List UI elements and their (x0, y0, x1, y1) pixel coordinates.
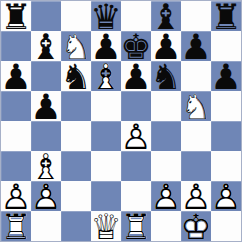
piece-outline: ♙ (211, 182, 241, 212)
piece-glyph: ♟ (211, 62, 241, 92)
white-pawn[interactable]: ♟♙ (121, 121, 151, 151)
piece-glyph: ♟ (31, 92, 61, 122)
square-f6[interactable]: ♞ (151, 61, 181, 91)
square-h1[interactable] (211, 211, 241, 241)
square-f1[interactable] (151, 211, 181, 241)
square-a8[interactable]: ♜ (1, 1, 31, 31)
square-h2[interactable]: ♟♙ (211, 181, 241, 211)
square-d4[interactable] (91, 121, 121, 151)
white-pawn[interactable]: ♟♙ (31, 181, 61, 211)
square-a1[interactable]: ♜♖ (1, 211, 31, 241)
square-h8[interactable]: ♜ (211, 1, 241, 31)
square-g7[interactable]: ♟ (181, 31, 211, 61)
square-h6[interactable]: ♟ (211, 61, 241, 91)
square-f2[interactable]: ♟♙ (151, 181, 181, 211)
square-e1[interactable]: ♜♖ (121, 211, 151, 241)
piece-glyph: ♝ (31, 32, 61, 62)
piece-glyph: ♜ (1, 2, 31, 32)
piece-outline: ♕ (91, 212, 121, 242)
black-pawn[interactable]: ♟ (181, 31, 211, 61)
piece-outline: ♙ (151, 182, 181, 212)
square-f4[interactable] (151, 121, 181, 151)
square-b1[interactable] (31, 211, 61, 241)
piece-outline: ♖ (1, 212, 31, 242)
piece-glyph: ♞ (61, 62, 91, 92)
square-h4[interactable] (211, 121, 241, 151)
square-g5[interactable]: ♞♘ (181, 91, 211, 121)
piece-outline: ♙ (31, 182, 61, 212)
black-pawn[interactable]: ♟ (121, 61, 151, 91)
square-c2[interactable] (61, 181, 91, 211)
black-knight[interactable]: ♞ (61, 61, 91, 91)
piece-glyph: ♟ (121, 62, 151, 92)
black-pawn[interactable]: ♟ (31, 91, 61, 121)
white-queen[interactable]: ♛♕ (91, 211, 121, 241)
piece-outline: ♖ (121, 212, 151, 242)
black-rook[interactable]: ♜ (211, 1, 241, 31)
square-a4[interactable] (1, 121, 31, 151)
square-d1[interactable]: ♛♕ (91, 211, 121, 241)
piece-glyph: ♟ (1, 62, 31, 92)
white-bishop[interactable]: ♝♗ (91, 61, 121, 91)
square-c4[interactable] (61, 121, 91, 151)
black-knight[interactable]: ♞ (151, 61, 181, 91)
white-rook[interactable]: ♜♖ (121, 211, 151, 241)
square-d3[interactable] (91, 151, 121, 181)
square-e4[interactable]: ♟♙ (121, 121, 151, 151)
white-rook[interactable]: ♜♖ (1, 211, 31, 241)
piece-glyph: ♟ (181, 32, 211, 62)
square-e3[interactable] (121, 151, 151, 181)
black-pawn[interactable]: ♟ (211, 61, 241, 91)
square-b2[interactable]: ♟♙ (31, 181, 61, 211)
square-b5[interactable]: ♟ (31, 91, 61, 121)
square-a5[interactable] (1, 91, 31, 121)
white-pawn[interactable]: ♟♙ (151, 181, 181, 211)
square-h5[interactable] (211, 91, 241, 121)
square-d5[interactable] (91, 91, 121, 121)
white-king[interactable]: ♚♔ (181, 211, 211, 241)
square-d6[interactable]: ♝♗ (91, 61, 121, 91)
square-e6[interactable]: ♟ (121, 61, 151, 91)
square-c1[interactable] (61, 211, 91, 241)
piece-glyph: ♞ (151, 62, 181, 92)
square-a6[interactable]: ♟ (1, 61, 31, 91)
chess-board: ♜♛♝♜♝♞♘♟♚♟♟♟♞♝♗♟♞♟♟♞♘♟♙♝♗♟♙♟♙♟♙♟♙♟♙♜♖♛♕♜… (0, 0, 242, 242)
square-c3[interactable] (61, 151, 91, 181)
piece-outline: ♗ (91, 62, 121, 92)
square-g4[interactable] (181, 121, 211, 151)
black-rook[interactable]: ♜ (1, 1, 31, 31)
piece-outline: ♘ (181, 92, 211, 122)
square-g1[interactable]: ♚♔ (181, 211, 211, 241)
white-knight[interactable]: ♞♘ (181, 91, 211, 121)
black-bishop[interactable]: ♝ (31, 31, 61, 61)
piece-outline: ♙ (121, 122, 151, 152)
square-f5[interactable] (151, 91, 181, 121)
piece-outline: ♔ (181, 212, 211, 242)
square-c5[interactable] (61, 91, 91, 121)
square-b7[interactable]: ♝ (31, 31, 61, 61)
white-pawn[interactable]: ♟♙ (211, 181, 241, 211)
square-c6[interactable]: ♞ (61, 61, 91, 91)
black-pawn[interactable]: ♟ (1, 61, 31, 91)
piece-glyph: ♜ (211, 2, 241, 32)
